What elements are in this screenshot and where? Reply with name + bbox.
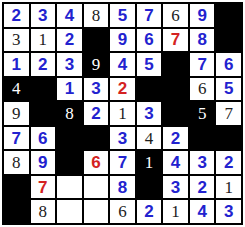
cell-digit: 6	[38, 130, 47, 147]
cell-digit: 4	[65, 7, 74, 24]
cell-r2c8[interactable]: 8	[190, 29, 215, 52]
cell-r6c7[interactable]: 2	[163, 127, 188, 150]
cell-r9c3[interactable]	[57, 200, 82, 223]
cell-digit: 5	[224, 80, 233, 97]
cell-digit: 3	[171, 179, 180, 196]
cell-digit: 1	[171, 203, 180, 220]
cell-r7c6: 1	[137, 151, 162, 174]
cell-r8c5[interactable]: 8	[110, 176, 135, 199]
cell-digit: 3	[118, 130, 127, 147]
cell-digit: 2	[65, 31, 74, 48]
cell-digit: 1	[12, 56, 21, 73]
cell-digit: 3	[197, 154, 206, 171]
cell-r5c9[interactable]: 7	[216, 102, 241, 125]
cell-r5c6[interactable]: 3	[137, 102, 162, 125]
cell-digit: 2	[144, 203, 153, 220]
cell-r2c6[interactable]: 6	[137, 29, 162, 52]
cell-r4c1: 4	[4, 78, 29, 101]
cell-r1c5[interactable]: 5	[110, 4, 135, 27]
cell-r3c1[interactable]: 1	[4, 53, 29, 76]
cell-digit: 1	[224, 179, 233, 196]
cell-r6c6[interactable]: 4	[137, 127, 162, 150]
cell-digit: 3	[91, 80, 100, 97]
cell-r9c1	[4, 200, 29, 223]
cell-r1c9	[216, 4, 241, 27]
cell-r5c2	[31, 102, 56, 125]
cell-r4c3[interactable]: 1	[57, 78, 82, 101]
cell-r1c1[interactable]: 2	[4, 4, 29, 27]
cell-digit: 8	[39, 203, 48, 220]
cell-r6c4	[84, 127, 109, 150]
cell-digit: 2	[118, 80, 127, 97]
cell-r4c5[interactable]: 2	[110, 78, 135, 101]
cell-r2c5[interactable]: 9	[110, 29, 135, 52]
cell-digit: 3	[224, 203, 233, 220]
cell-digit: 7	[144, 7, 153, 24]
cell-r6c5[interactable]: 3	[110, 127, 135, 150]
cell-r7c8[interactable]: 3	[190, 151, 215, 174]
cell-digit: 1	[118, 105, 127, 122]
cell-digit: 2	[91, 105, 100, 122]
cell-r8c7[interactable]: 3	[163, 176, 188, 199]
cell-digit: 7	[12, 130, 21, 147]
cell-digit: 8	[197, 31, 206, 48]
cell-digit: 7	[224, 105, 233, 122]
cell-digit: 2	[224, 154, 233, 171]
cell-r6c9	[216, 127, 241, 150]
cell-r7c5[interactable]: 7	[110, 151, 135, 174]
cell-digit: 6	[144, 31, 153, 48]
cell-r7c3	[57, 151, 82, 174]
cell-r6c2[interactable]: 6	[31, 127, 56, 150]
cell-r7c2[interactable]: 9	[31, 151, 56, 174]
cell-digit: 3	[38, 7, 47, 24]
cell-digit: 6	[171, 7, 180, 24]
cell-digit: 9	[12, 105, 21, 122]
cell-r8c4[interactable]	[84, 176, 109, 199]
cell-r2c3[interactable]: 2	[57, 29, 82, 52]
cell-digit: 8	[118, 179, 127, 196]
cell-r7c1[interactable]: 8	[4, 151, 29, 174]
cell-r9c8[interactable]: 4	[190, 200, 215, 223]
cell-digit: 1	[65, 80, 74, 97]
cell-digit: 7	[197, 56, 206, 73]
cell-r5c1[interactable]: 9	[4, 102, 29, 125]
cell-digit: 1	[39, 31, 48, 48]
cell-digit: 4	[171, 154, 180, 171]
cell-digit: 6	[118, 203, 127, 220]
cell-digit: 5	[198, 105, 207, 122]
cell-digit: 6	[198, 80, 207, 97]
cell-r9c2[interactable]: 8	[31, 200, 56, 223]
cell-r6c8	[190, 127, 215, 150]
cell-digit: 9	[197, 7, 206, 24]
cell-digit: 8	[65, 105, 74, 122]
cell-digit: 3	[144, 105, 153, 122]
cell-digit: 4	[145, 130, 154, 147]
cell-r3c8[interactable]: 7	[190, 53, 215, 76]
cell-digit: 2	[171, 130, 180, 147]
cell-digit: 7	[171, 31, 180, 48]
cell-digit: 6	[91, 154, 100, 171]
cell-r7c9[interactable]: 2	[216, 151, 241, 174]
cell-r1c4[interactable]: 8	[84, 4, 109, 27]
cell-r2c1[interactable]: 3	[4, 29, 29, 52]
cell-r4c4[interactable]: 3	[84, 78, 109, 101]
cell-digit: 9	[118, 31, 127, 48]
cell-r4c6	[137, 78, 162, 101]
cell-r1c2[interactable]: 3	[31, 4, 56, 27]
cell-digit: 2	[12, 7, 21, 24]
cell-r4c2	[31, 78, 56, 101]
cell-r9c5[interactable]: 6	[110, 200, 135, 223]
cell-digit: 8	[92, 7, 101, 24]
cell-r3c3[interactable]: 3	[57, 53, 82, 76]
cell-digit: 2	[38, 56, 47, 73]
cell-r3c6[interactable]: 5	[137, 53, 162, 76]
cell-r8c6	[137, 176, 162, 199]
cell-r2c7[interactable]: 7	[163, 29, 188, 52]
cell-digit: 7	[38, 179, 47, 196]
cell-r9c4[interactable]	[84, 200, 109, 223]
cell-digit: 8	[12, 154, 21, 171]
cell-r1c6[interactable]: 7	[137, 4, 162, 27]
cell-r3c9[interactable]: 6	[216, 53, 241, 76]
cell-digit: 1	[145, 154, 154, 171]
cell-r3c2[interactable]: 2	[31, 53, 56, 76]
cell-digit: 3	[12, 31, 21, 48]
cell-r6c1[interactable]: 7	[4, 127, 29, 150]
cell-r6c3	[57, 127, 82, 150]
cell-r1c3[interactable]: 4	[57, 4, 82, 27]
cell-r8c9[interactable]: 1	[216, 176, 241, 199]
cell-r2c4	[84, 29, 109, 52]
cell-r3c5[interactable]: 4	[110, 53, 135, 76]
cell-r4c8[interactable]: 6	[190, 78, 215, 101]
cell-digit: 5	[118, 7, 127, 24]
cell-r8c3[interactable]	[57, 176, 82, 199]
cell-r5c4[interactable]: 2	[84, 102, 109, 125]
cell-digit: 4	[12, 80, 21, 97]
cell-r5c8: 5	[190, 102, 215, 125]
cell-r8c8[interactable]: 2	[190, 176, 215, 199]
cell-digit: 9	[38, 154, 47, 171]
cell-r4c9[interactable]: 5	[216, 78, 241, 101]
cell-r5c5[interactable]: 1	[110, 102, 135, 125]
cell-digit: 9	[92, 56, 101, 73]
cell-r7c7[interactable]: 4	[163, 151, 188, 174]
cell-r5c7	[163, 102, 188, 125]
cell-r1c7[interactable]: 6	[163, 4, 188, 27]
cell-digit: 6	[224, 56, 233, 73]
cell-r9c6[interactable]: 2	[137, 200, 162, 223]
cell-r7c4[interactable]: 6	[84, 151, 109, 174]
cell-r2c9	[216, 29, 241, 52]
cell-r1c8[interactable]: 9	[190, 4, 215, 27]
cell-r8c2[interactable]: 7	[31, 176, 56, 199]
cell-r9c7[interactable]: 1	[163, 200, 188, 223]
cell-r4c7	[163, 78, 188, 101]
cell-digit: 5	[144, 56, 153, 73]
cell-digit: 3	[65, 56, 74, 73]
cell-digit: 4	[197, 203, 206, 220]
cell-r3c7	[163, 53, 188, 76]
cell-digit: 4	[118, 56, 127, 73]
cell-digit: 2	[197, 179, 206, 196]
cell-digit: 7	[118, 154, 127, 171]
cell-r3c4: 9	[84, 53, 109, 76]
str8ts-board: 2348576931296781239457641326598213577634…	[0, 0, 245, 227]
cell-r2c2[interactable]: 1	[31, 29, 56, 52]
cell-r9c9[interactable]: 3	[216, 200, 241, 223]
cell-r8c1	[4, 176, 29, 199]
cell-r5c3: 8	[57, 102, 82, 125]
